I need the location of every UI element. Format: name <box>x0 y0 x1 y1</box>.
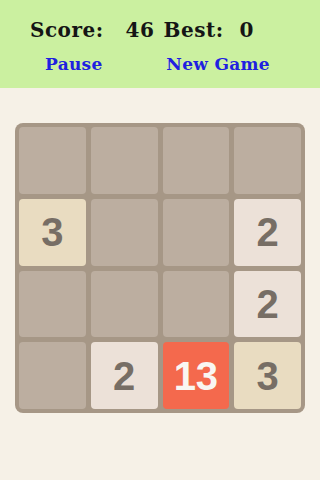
tile-2-r1c3: 2 <box>234 199 301 266</box>
empty-cell-r2c0 <box>19 271 86 338</box>
empty-cell-r1c2 <box>163 199 230 266</box>
tile-3-r3c3: 3 <box>234 342 301 409</box>
score-label: Score: <box>30 18 104 42</box>
board-grid[interactable]: 3222133 <box>15 123 305 413</box>
header: Score: 46 Best: 0 Pause New Game <box>0 0 320 88</box>
pause-button[interactable]: Pause <box>45 54 103 74</box>
empty-cell-r0c2 <box>163 127 230 194</box>
tile-2-r3c1: 2 <box>91 342 158 409</box>
score-value: 46 <box>126 18 155 42</box>
empty-cell-r2c2 <box>163 271 230 338</box>
new-game-button[interactable]: New Game <box>166 54 270 74</box>
empty-cell-r0c0 <box>19 127 86 194</box>
best-group: Best: 0 <box>164 18 254 42</box>
best-label: Best: <box>164 18 224 42</box>
score-group: Score: 46 <box>30 18 154 42</box>
empty-cell-r1c1 <box>91 199 158 266</box>
best-value: 0 <box>240 18 254 42</box>
empty-cell-r0c1 <box>91 127 158 194</box>
score-row: Score: 46 Best: 0 <box>0 18 320 42</box>
empty-cell-r0c3 <box>234 127 301 194</box>
empty-cell-r2c1 <box>91 271 158 338</box>
button-row: Pause New Game <box>0 54 320 74</box>
tile-2-r2c3: 2 <box>234 271 301 338</box>
tile-3-r1c0: 3 <box>19 199 86 266</box>
tile-13-r3c2: 13 <box>163 342 230 409</box>
empty-cell-r3c0 <box>19 342 86 409</box>
